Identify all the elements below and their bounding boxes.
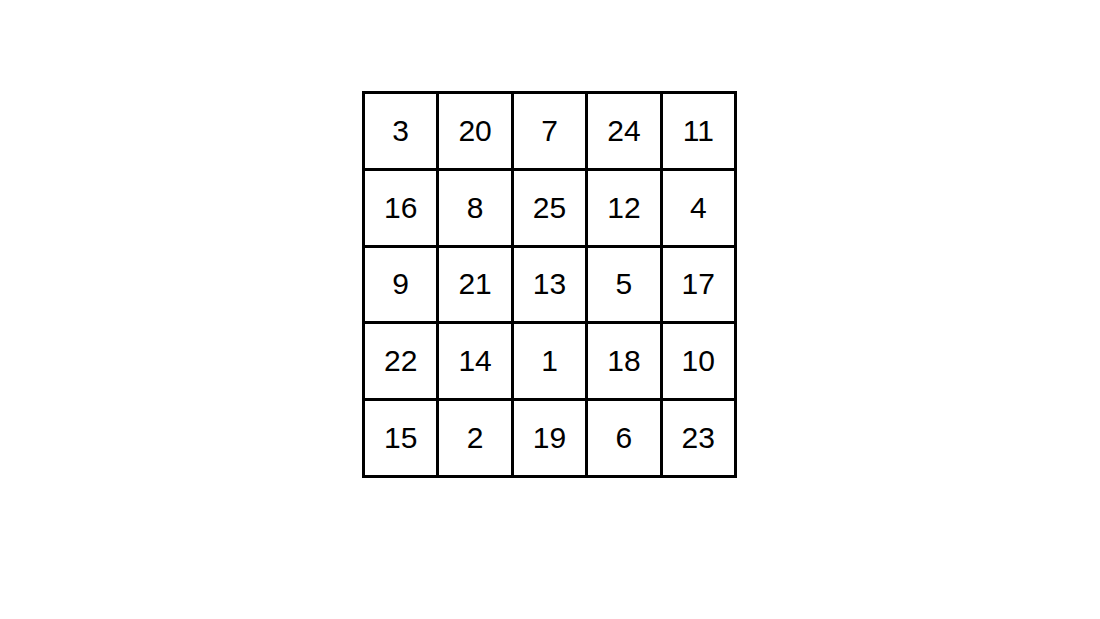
- grid-cell-r1c4: 24: [588, 94, 659, 168]
- grid-cell-r3c1: 9: [365, 248, 436, 322]
- grid-cell-r1c3: 7: [514, 94, 585, 168]
- grid-cell-r1c1: 3: [365, 94, 436, 168]
- grid-cell-r2c4: 12: [588, 171, 659, 245]
- grid-cell-r1c5: 11: [663, 94, 734, 168]
- magic-square-grid: 3 20 7 24 11 16 8 25 12 4 9 21 13 5 17 2…: [362, 91, 737, 478]
- grid-cell-r4c1: 22: [365, 324, 436, 398]
- grid-cell-r3c3: 13: [514, 248, 585, 322]
- grid-cell-r5c3: 19: [514, 401, 585, 475]
- grid-cell-r4c3: 1: [514, 324, 585, 398]
- grid-cell-r2c2: 8: [439, 171, 510, 245]
- grid-cell-r4c2: 14: [439, 324, 510, 398]
- grid-cell-r5c2: 2: [439, 401, 510, 475]
- grid-cell-r5c1: 15: [365, 401, 436, 475]
- grid-cell-r4c5: 10: [663, 324, 734, 398]
- grid-cell-r2c1: 16: [365, 171, 436, 245]
- grid-cell-r5c4: 6: [588, 401, 659, 475]
- grid-cell-r1c2: 20: [439, 94, 510, 168]
- grid-cell-r2c3: 25: [514, 171, 585, 245]
- grid-cell-r2c5: 4: [663, 171, 734, 245]
- page: 3 20 7 24 11 16 8 25 12 4 9 21 13 5 17 2…: [0, 0, 1100, 619]
- grid-cell-r4c4: 18: [588, 324, 659, 398]
- grid-cell-r3c5: 17: [663, 248, 734, 322]
- grid-cell-r5c5: 23: [663, 401, 734, 475]
- grid-cell-r3c4: 5: [588, 248, 659, 322]
- grid-cell-r3c2: 21: [439, 248, 510, 322]
